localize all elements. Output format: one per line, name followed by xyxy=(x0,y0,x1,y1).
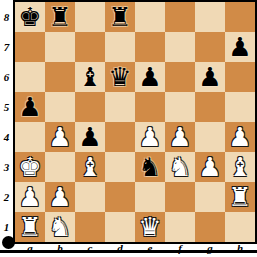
square-f6[interactable] xyxy=(165,62,195,92)
square-c1[interactable] xyxy=(75,212,105,242)
square-c8[interactable] xyxy=(75,2,105,32)
square-e5[interactable] xyxy=(135,92,165,122)
square-b3[interactable] xyxy=(45,152,75,182)
square-d1[interactable] xyxy=(105,212,135,242)
square-d6[interactable]: ♛ xyxy=(105,62,135,92)
piece-white-king[interactable]: ♚ xyxy=(18,154,41,180)
bottom-border-line xyxy=(0,250,257,253)
square-b8[interactable]: ♜ xyxy=(45,2,75,32)
rank-label-4: 4 xyxy=(0,122,13,152)
square-c2[interactable] xyxy=(75,182,105,212)
piece-white-bishop[interactable]: ♝ xyxy=(78,154,101,180)
square-g4[interactable] xyxy=(195,122,225,152)
square-e2[interactable] xyxy=(135,182,165,212)
square-a7[interactable] xyxy=(15,32,45,62)
square-c4[interactable]: ♟ xyxy=(75,122,105,152)
square-e7[interactable] xyxy=(135,32,165,62)
square-f5[interactable] xyxy=(165,92,195,122)
square-d5[interactable] xyxy=(105,92,135,122)
square-h5[interactable] xyxy=(225,92,255,122)
square-h3[interactable]: ♝ xyxy=(225,152,255,182)
square-b7[interactable] xyxy=(45,32,75,62)
square-b5[interactable] xyxy=(45,92,75,122)
square-e3[interactable]: ♞ xyxy=(135,152,165,182)
piece-white-pawn[interactable]: ♟ xyxy=(138,124,161,150)
piece-black-pawn[interactable]: ♟ xyxy=(18,94,41,120)
rank-label-2: 2 xyxy=(0,182,13,212)
piece-white-queen[interactable]: ♛ xyxy=(138,214,161,240)
piece-black-pawn[interactable]: ♟ xyxy=(138,64,161,90)
square-c3[interactable]: ♝ xyxy=(75,152,105,182)
square-g3[interactable]: ♟ xyxy=(195,152,225,182)
square-f4[interactable]: ♟ xyxy=(165,122,195,152)
square-h4[interactable]: ♟ xyxy=(225,122,255,152)
piece-black-pawn[interactable]: ♟ xyxy=(228,34,251,60)
piece-white-rook[interactable]: ♜ xyxy=(228,184,251,210)
rank-label-3: 3 xyxy=(0,152,13,182)
square-f8[interactable] xyxy=(165,2,195,32)
square-h2[interactable]: ♜ xyxy=(225,182,255,212)
piece-white-knight[interactable]: ♞ xyxy=(168,154,191,180)
piece-black-knight[interactable]: ♞ xyxy=(138,154,161,180)
square-h1[interactable] xyxy=(225,212,255,242)
piece-white-bishop[interactable]: ♝ xyxy=(228,154,251,180)
piece-white-pawn[interactable]: ♟ xyxy=(228,124,251,150)
square-f1[interactable] xyxy=(165,212,195,242)
square-g2[interactable] xyxy=(195,182,225,212)
square-c6[interactable]: ♝ xyxy=(75,62,105,92)
square-c5[interactable] xyxy=(75,92,105,122)
piece-white-knight[interactable]: ♞ xyxy=(48,214,71,240)
square-f7[interactable] xyxy=(165,32,195,62)
square-g6[interactable]: ♟ xyxy=(195,62,225,92)
square-b2[interactable]: ♟ xyxy=(45,182,75,212)
piece-white-rook[interactable]: ♜ xyxy=(18,214,41,240)
piece-white-pawn[interactable]: ♟ xyxy=(18,184,41,210)
piece-black-rook[interactable]: ♜ xyxy=(108,4,131,30)
piece-white-pawn[interactable]: ♟ xyxy=(48,124,71,150)
square-d3[interactable] xyxy=(105,152,135,182)
square-c7[interactable] xyxy=(75,32,105,62)
square-e6[interactable]: ♟ xyxy=(135,62,165,92)
piece-black-rook[interactable]: ♜ xyxy=(48,4,71,30)
square-f2[interactable] xyxy=(165,182,195,212)
chess-diagram: 87654321 ♚♜♜♟♝♛♟♟♟♟♟♟♟♟♚♝♞♞♟♝♟♟♜♜♞♛ abcd… xyxy=(0,0,257,257)
piece-black-king[interactable]: ♚ xyxy=(18,4,41,30)
chess-board[interactable]: ♚♜♜♟♝♛♟♟♟♟♟♟♟♟♚♝♞♞♟♝♟♟♜♜♞♛ xyxy=(13,0,257,244)
rank-labels: 87654321 xyxy=(0,2,13,242)
rank-label-7: 7 xyxy=(0,32,13,62)
square-b6[interactable] xyxy=(45,62,75,92)
square-a5[interactable]: ♟ xyxy=(15,92,45,122)
piece-black-pawn[interactable]: ♟ xyxy=(78,124,101,150)
square-h7[interactable]: ♟ xyxy=(225,32,255,62)
square-a8[interactable]: ♚ xyxy=(15,2,45,32)
square-e1[interactable]: ♛ xyxy=(135,212,165,242)
square-e8[interactable] xyxy=(135,2,165,32)
black-to-move-indicator xyxy=(2,236,15,249)
rank-label-5: 5 xyxy=(0,92,13,122)
square-g8[interactable] xyxy=(195,2,225,32)
piece-black-pawn[interactable]: ♟ xyxy=(198,64,221,90)
square-g7[interactable] xyxy=(195,32,225,62)
square-f3[interactable]: ♞ xyxy=(165,152,195,182)
square-a6[interactable] xyxy=(15,62,45,92)
piece-white-pawn[interactable]: ♟ xyxy=(198,154,221,180)
square-g5[interactable] xyxy=(195,92,225,122)
square-a4[interactable] xyxy=(15,122,45,152)
square-h8[interactable] xyxy=(225,2,255,32)
square-a1[interactable]: ♜ xyxy=(15,212,45,242)
square-a3[interactable]: ♚ xyxy=(15,152,45,182)
square-d7[interactable] xyxy=(105,32,135,62)
square-b1[interactable]: ♞ xyxy=(45,212,75,242)
square-d8[interactable]: ♜ xyxy=(105,2,135,32)
square-d4[interactable] xyxy=(105,122,135,152)
square-b4[interactable]: ♟ xyxy=(45,122,75,152)
square-g1[interactable] xyxy=(195,212,225,242)
piece-white-pawn[interactable]: ♟ xyxy=(48,184,71,210)
square-h6[interactable] xyxy=(225,62,255,92)
square-e4[interactable]: ♟ xyxy=(135,122,165,152)
piece-black-queen[interactable]: ♛ xyxy=(108,64,131,90)
square-a2[interactable]: ♟ xyxy=(15,182,45,212)
rank-label-6: 6 xyxy=(0,62,13,92)
square-d2[interactable] xyxy=(105,182,135,212)
rank-label-8: 8 xyxy=(0,2,13,32)
piece-black-bishop[interactable]: ♝ xyxy=(78,64,101,90)
piece-white-pawn[interactable]: ♟ xyxy=(168,124,191,150)
